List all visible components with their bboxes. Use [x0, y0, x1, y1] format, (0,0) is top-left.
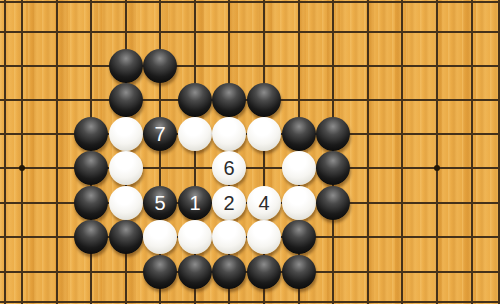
black-stone	[143, 255, 177, 289]
white-stone: 6	[212, 151, 246, 185]
white-stone	[178, 220, 212, 254]
black-stone	[212, 255, 246, 289]
black-stone	[109, 49, 143, 83]
black-stone	[178, 255, 212, 289]
move-number: 6	[223, 158, 234, 178]
go-board[interactable]: 765124	[0, 0, 500, 304]
black-stone	[247, 83, 281, 117]
black-stone	[109, 83, 143, 117]
grid-line-vertical	[471, 0, 473, 304]
white-stone	[109, 151, 143, 185]
grid-line-horizontal	[0, 65, 500, 67]
grid-line-vertical	[367, 0, 369, 304]
move-number: 1	[189, 193, 200, 213]
white-stone	[143, 220, 177, 254]
white-stone	[212, 220, 246, 254]
grid-line-horizontal	[0, 31, 500, 33]
black-stone	[282, 117, 316, 151]
star-point	[434, 165, 440, 171]
black-stone	[247, 255, 281, 289]
black-stone	[178, 83, 212, 117]
move-number: 4	[258, 193, 269, 213]
grid-line-horizontal	[0, 301, 500, 303]
black-stone	[316, 186, 350, 220]
black-stone	[212, 83, 246, 117]
black-stone	[282, 255, 316, 289]
white-stone	[282, 186, 316, 220]
white-stone	[247, 220, 281, 254]
black-stone: 5	[143, 186, 177, 220]
white-stone	[247, 117, 281, 151]
black-stone	[74, 186, 108, 220]
grid-line-vertical	[56, 0, 58, 304]
white-stone	[109, 117, 143, 151]
black-stone	[74, 117, 108, 151]
grid-line-vertical	[4, 0, 6, 304]
black-stone	[74, 220, 108, 254]
white-stone	[109, 186, 143, 220]
white-stone: 2	[212, 186, 246, 220]
black-stone	[316, 117, 350, 151]
black-stone: 7	[143, 117, 177, 151]
white-stone	[212, 117, 246, 151]
white-stone	[282, 151, 316, 185]
black-stone	[316, 151, 350, 185]
grid-line-vertical	[436, 0, 438, 304]
move-number: 7	[154, 124, 165, 144]
black-stone	[282, 220, 316, 254]
black-stone	[143, 49, 177, 83]
move-number: 5	[154, 193, 165, 213]
grid-line-vertical	[21, 0, 23, 304]
star-point	[19, 165, 25, 171]
grid-line-vertical	[401, 0, 403, 304]
white-stone: 4	[247, 186, 281, 220]
grid-line-horizontal	[0, 1, 500, 3]
white-stone	[178, 117, 212, 151]
black-stone	[74, 151, 108, 185]
black-stone	[109, 220, 143, 254]
move-number: 2	[223, 193, 234, 213]
black-stone: 1	[178, 186, 212, 220]
